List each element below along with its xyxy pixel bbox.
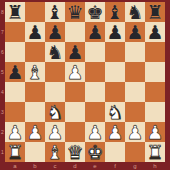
piece-black-knight[interactable]: ♞ xyxy=(46,42,63,62)
square-h6[interactable] xyxy=(145,42,165,62)
piece-black-bishop[interactable]: ♝ xyxy=(46,2,63,22)
square-a8[interactable]: ♜ xyxy=(5,2,25,22)
square-c3[interactable]: ♞ xyxy=(45,102,65,122)
square-a7[interactable] xyxy=(5,22,25,42)
square-h5[interactable] xyxy=(145,62,165,82)
square-h2[interactable]: ♟ xyxy=(145,122,165,142)
piece-black-pawn[interactable]: ♟ xyxy=(106,22,123,42)
square-b6[interactable] xyxy=(25,42,45,62)
piece-white-king[interactable]: ♚ xyxy=(86,142,103,162)
piece-white-pawn[interactable]: ♟ xyxy=(106,122,123,142)
square-a1[interactable]: ♜ xyxy=(5,142,25,162)
square-d7[interactable] xyxy=(65,22,85,42)
piece-white-rook[interactable]: ♜ xyxy=(146,142,163,162)
square-g6[interactable] xyxy=(125,42,145,62)
square-g3[interactable] xyxy=(125,102,145,122)
piece-black-pawn[interactable]: ♟ xyxy=(126,22,143,42)
square-e5[interactable] xyxy=(85,62,105,82)
piece-black-knight[interactable]: ♞ xyxy=(126,2,143,22)
piece-white-pawn[interactable]: ♟ xyxy=(6,122,23,142)
piece-white-pawn[interactable]: ♟ xyxy=(26,122,43,142)
piece-white-bishop[interactable]: ♝ xyxy=(46,142,63,162)
chess-board: 87654321 abcdefgh ♜♝♛♚♝♞♜♟♟♟♟♟♟♞♟♟♝♟♞♞♟♟… xyxy=(0,0,170,170)
square-e7[interactable]: ♟ xyxy=(85,22,105,42)
square-h8[interactable]: ♜ xyxy=(145,2,165,22)
square-g7[interactable]: ♟ xyxy=(125,22,145,42)
square-c4[interactable] xyxy=(45,82,65,102)
square-a6[interactable] xyxy=(5,42,25,62)
square-b1[interactable] xyxy=(25,142,45,162)
piece-black-pawn[interactable]: ♟ xyxy=(86,22,103,42)
piece-black-rook[interactable]: ♜ xyxy=(146,2,163,22)
piece-white-pawn[interactable]: ♟ xyxy=(66,62,83,82)
square-e3[interactable] xyxy=(85,102,105,122)
square-h7[interactable]: ♟ xyxy=(145,22,165,42)
square-f7[interactable]: ♟ xyxy=(105,22,125,42)
square-c5[interactable] xyxy=(45,62,65,82)
square-e2[interactable]: ♟ xyxy=(85,122,105,142)
square-a4[interactable] xyxy=(5,82,25,102)
square-e6[interactable] xyxy=(85,42,105,62)
piece-black-pawn[interactable]: ♟ xyxy=(66,42,83,62)
square-d6[interactable]: ♟ xyxy=(65,42,85,62)
piece-black-pawn[interactable]: ♟ xyxy=(6,62,23,82)
piece-black-king[interactable]: ♚ xyxy=(86,2,103,22)
square-b5[interactable]: ♝ xyxy=(25,62,45,82)
piece-white-pawn[interactable]: ♟ xyxy=(86,122,103,142)
file-labels: abcdefgh xyxy=(5,161,165,170)
piece-black-bishop[interactable]: ♝ xyxy=(106,2,123,22)
square-f6[interactable] xyxy=(105,42,125,62)
square-f4[interactable] xyxy=(105,82,125,102)
file-label-f: f xyxy=(105,161,125,170)
piece-black-pawn[interactable]: ♟ xyxy=(146,22,163,42)
square-h4[interactable] xyxy=(145,82,165,102)
square-c7[interactable]: ♟ xyxy=(45,22,65,42)
square-h1[interactable]: ♜ xyxy=(145,142,165,162)
file-label-b: b xyxy=(25,161,45,170)
square-d1[interactable]: ♛ xyxy=(65,142,85,162)
square-e1[interactable]: ♚ xyxy=(85,142,105,162)
square-f3[interactable]: ♞ xyxy=(105,102,125,122)
square-g8[interactable]: ♞ xyxy=(125,2,145,22)
square-f2[interactable]: ♟ xyxy=(105,122,125,142)
square-g2[interactable]: ♟ xyxy=(125,122,145,142)
square-a2[interactable]: ♟ xyxy=(5,122,25,142)
square-f1[interactable] xyxy=(105,142,125,162)
file-label-g: g xyxy=(125,161,145,170)
square-c1[interactable]: ♝ xyxy=(45,142,65,162)
square-c2[interactable]: ♟ xyxy=(45,122,65,142)
piece-black-pawn[interactable]: ♟ xyxy=(26,22,43,42)
piece-black-rook[interactable]: ♜ xyxy=(6,2,23,22)
board-grid: ♜♝♛♚♝♞♜♟♟♟♟♟♟♞♟♟♝♟♞♞♟♟♟♟♟♟♟♜♝♛♚♜ xyxy=(5,2,165,162)
square-g1[interactable] xyxy=(125,142,145,162)
square-d4[interactable] xyxy=(65,82,85,102)
piece-white-knight[interactable]: ♞ xyxy=(106,102,123,122)
square-a5[interactable]: ♟ xyxy=(5,62,25,82)
square-d3[interactable] xyxy=(65,102,85,122)
piece-white-knight[interactable]: ♞ xyxy=(46,102,63,122)
square-b7[interactable]: ♟ xyxy=(25,22,45,42)
piece-white-pawn[interactable]: ♟ xyxy=(126,122,143,142)
square-d5[interactable]: ♟ xyxy=(65,62,85,82)
square-d2[interactable] xyxy=(65,122,85,142)
piece-white-bishop[interactable]: ♝ xyxy=(26,62,43,82)
square-a3[interactable] xyxy=(5,102,25,122)
square-f5[interactable] xyxy=(105,62,125,82)
square-d8[interactable]: ♛ xyxy=(65,2,85,22)
square-b2[interactable]: ♟ xyxy=(25,122,45,142)
piece-black-queen[interactable]: ♛ xyxy=(66,2,83,22)
square-e8[interactable]: ♚ xyxy=(85,2,105,22)
square-e4[interactable] xyxy=(85,82,105,102)
square-f8[interactable]: ♝ xyxy=(105,2,125,22)
piece-white-rook[interactable]: ♜ xyxy=(6,142,23,162)
square-c8[interactable]: ♝ xyxy=(45,2,65,22)
piece-white-pawn[interactable]: ♟ xyxy=(146,122,163,142)
piece-white-pawn[interactable]: ♟ xyxy=(46,122,63,142)
square-g4[interactable] xyxy=(125,82,145,102)
square-h3[interactable] xyxy=(145,102,165,122)
square-b3[interactable] xyxy=(25,102,45,122)
square-b4[interactable] xyxy=(25,82,45,102)
piece-black-pawn[interactable]: ♟ xyxy=(46,22,63,42)
square-g5[interactable] xyxy=(125,62,145,82)
piece-white-queen[interactable]: ♛ xyxy=(66,142,83,162)
square-b8[interactable] xyxy=(25,2,45,22)
square-c6[interactable]: ♞ xyxy=(45,42,65,62)
